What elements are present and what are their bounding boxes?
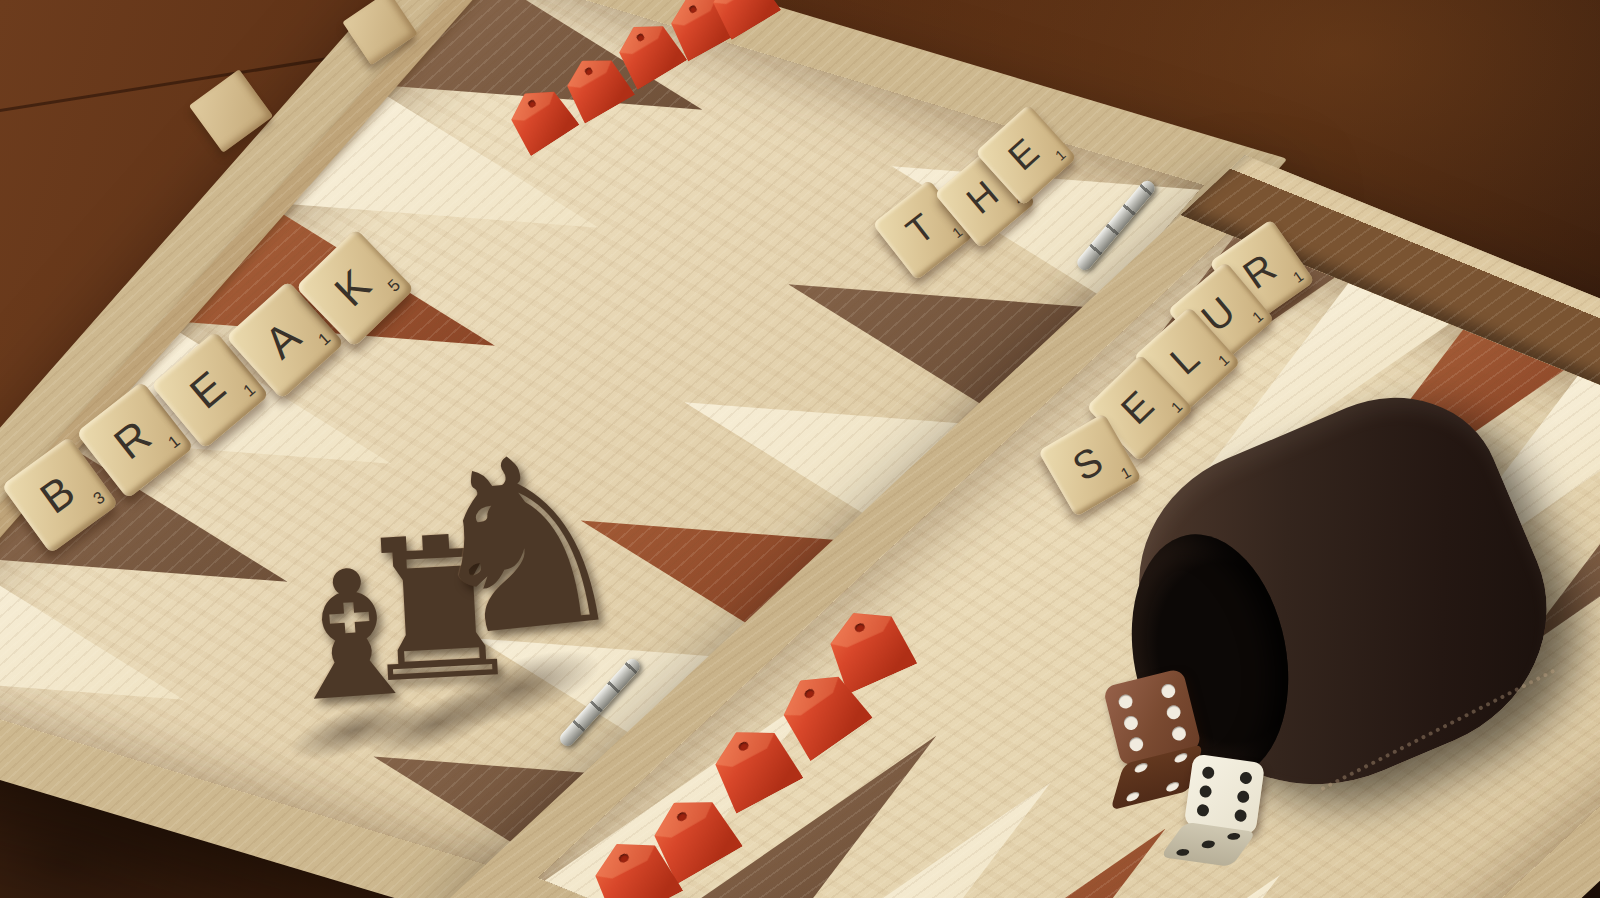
tile-value: 1 — [1248, 307, 1265, 325]
tile-letter: T — [900, 208, 941, 252]
die-pip — [1174, 848, 1191, 856]
tile-letter: E — [1002, 133, 1046, 178]
tile-value: 1 — [1290, 267, 1307, 286]
tile-value: 5 — [384, 276, 405, 297]
die-pip — [1196, 804, 1210, 818]
die-pip — [1160, 683, 1177, 700]
tile-letter: A — [257, 314, 308, 366]
die-pip — [1201, 766, 1215, 780]
tile-letter: E — [1115, 385, 1161, 432]
tile-letter: B — [33, 468, 82, 520]
tile-value: 1 — [1214, 351, 1232, 369]
tile-letter: L — [1164, 338, 1207, 382]
die-pip — [1165, 780, 1181, 792]
die-pip — [1239, 771, 1253, 785]
tile-value: 3 — [90, 488, 109, 510]
backgammon-point-cream — [996, 852, 1337, 898]
die-pip — [1200, 840, 1217, 848]
die-pip — [1234, 809, 1248, 823]
tile-value: 1 — [1167, 398, 1185, 416]
die-pip — [1165, 704, 1182, 721]
tile-letter: K — [327, 262, 378, 314]
die-pip — [1198, 785, 1212, 799]
die-pip — [1125, 790, 1141, 802]
die-pip — [1170, 725, 1187, 742]
die-pip — [1123, 714, 1140, 731]
backgammon-point-cream — [0, 563, 236, 759]
tile-value: 1 — [1118, 463, 1134, 482]
tile-value: 1 — [1052, 146, 1069, 163]
die-pip — [1128, 736, 1145, 753]
tile-value: 1 — [165, 431, 185, 453]
tile-letter: S — [1067, 441, 1110, 488]
chess-knight[interactable]: ♞ — [406, 418, 640, 674]
die-pip — [1226, 832, 1243, 840]
tile-letter: R — [107, 413, 159, 467]
tile-letter: H — [960, 175, 1005, 221]
white-die[interactable] — [1179, 754, 1265, 870]
tile-value: 1 — [314, 329, 334, 350]
scene: B 3 R 1 E 1 A 1 K 5 T 1 H 4 E 1 R 1 U 1 … — [0, 0, 1600, 898]
die-pip — [1237, 790, 1251, 804]
tile-value: 1 — [240, 380, 260, 401]
die-pip — [1117, 693, 1134, 710]
tile-letter: E — [182, 364, 232, 416]
